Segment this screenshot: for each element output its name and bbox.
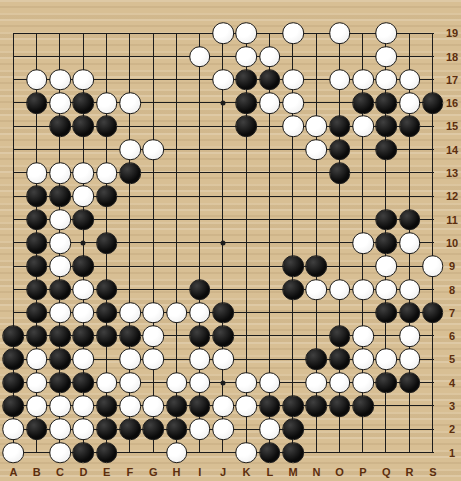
intersection-Q3[interactable]	[375, 394, 398, 417]
intersection-A14[interactable]	[2, 138, 25, 161]
intersection-G17[interactable]	[142, 68, 165, 91]
intersection-C8[interactable]	[48, 278, 71, 301]
intersection-J1[interactable]	[212, 441, 235, 464]
intersection-I4[interactable]	[188, 371, 211, 394]
intersection-Q10[interactable]	[375, 231, 398, 254]
intersection-H11[interactable]	[165, 208, 188, 231]
intersection-B1[interactable]	[25, 441, 48, 464]
intersection-P3[interactable]	[351, 394, 374, 417]
intersection-D17[interactable]	[72, 68, 95, 91]
intersection-L8[interactable]	[258, 278, 281, 301]
intersection-M3[interactable]	[281, 394, 304, 417]
intersection-D11[interactable]	[72, 208, 95, 231]
intersection-R16[interactable]	[398, 92, 421, 115]
intersection-R3[interactable]	[398, 394, 421, 417]
intersection-D15[interactable]	[72, 115, 95, 138]
intersection-K4[interactable]	[235, 371, 258, 394]
intersection-M11[interactable]	[281, 208, 304, 231]
intersection-N15[interactable]	[305, 115, 328, 138]
intersection-K18[interactable]	[235, 45, 258, 68]
intersection-P18[interactable]	[351, 45, 374, 68]
intersection-B7[interactable]	[25, 301, 48, 324]
intersection-L6[interactable]	[258, 325, 281, 348]
intersection-B19[interactable]	[25, 22, 48, 45]
intersection-S8[interactable]	[421, 278, 444, 301]
intersection-L9[interactable]	[258, 255, 281, 278]
intersection-J3[interactable]	[212, 394, 235, 417]
intersection-H19[interactable]	[165, 22, 188, 45]
intersection-J19[interactable]	[212, 22, 235, 45]
intersection-G2[interactable]	[142, 418, 165, 441]
intersection-A19[interactable]	[2, 22, 25, 45]
intersection-H10[interactable]	[165, 231, 188, 254]
intersection-S6[interactable]	[421, 325, 444, 348]
intersection-B16[interactable]	[25, 92, 48, 115]
intersection-I17[interactable]	[188, 68, 211, 91]
intersection-S2[interactable]	[421, 418, 444, 441]
intersection-L1[interactable]	[258, 441, 281, 464]
intersection-E6[interactable]	[95, 325, 118, 348]
intersection-S3[interactable]	[421, 394, 444, 417]
intersection-N1[interactable]	[305, 441, 328, 464]
intersection-Q13[interactable]	[375, 161, 398, 184]
intersection-N7[interactable]	[305, 301, 328, 324]
intersection-D10[interactable]	[72, 231, 95, 254]
intersection-M18[interactable]	[281, 45, 304, 68]
intersection-C16[interactable]	[48, 92, 71, 115]
intersection-F11[interactable]	[118, 208, 141, 231]
intersection-N16[interactable]	[305, 92, 328, 115]
intersection-F16[interactable]	[118, 92, 141, 115]
intersection-G1[interactable]	[142, 441, 165, 464]
intersection-G16[interactable]	[142, 92, 165, 115]
intersection-L14[interactable]	[258, 138, 281, 161]
intersection-L19[interactable]	[258, 22, 281, 45]
intersection-M10[interactable]	[281, 231, 304, 254]
intersection-G7[interactable]	[142, 301, 165, 324]
intersection-I18[interactable]	[188, 45, 211, 68]
intersection-P7[interactable]	[351, 301, 374, 324]
intersection-R19[interactable]	[398, 22, 421, 45]
intersection-R17[interactable]	[398, 68, 421, 91]
intersection-H8[interactable]	[165, 278, 188, 301]
intersection-J2[interactable]	[212, 418, 235, 441]
intersection-N10[interactable]	[305, 231, 328, 254]
intersection-A13[interactable]	[2, 161, 25, 184]
intersection-G14[interactable]	[142, 138, 165, 161]
intersection-J14[interactable]	[212, 138, 235, 161]
intersection-A11[interactable]	[2, 208, 25, 231]
intersection-Q14[interactable]	[375, 138, 398, 161]
intersection-Q12[interactable]	[375, 185, 398, 208]
intersection-S19[interactable]	[421, 22, 444, 45]
intersection-L12[interactable]	[258, 185, 281, 208]
intersection-P14[interactable]	[351, 138, 374, 161]
intersection-J6[interactable]	[212, 325, 235, 348]
intersection-L4[interactable]	[258, 371, 281, 394]
intersection-N5[interactable]	[305, 348, 328, 371]
intersection-S9[interactable]	[421, 255, 444, 278]
intersection-M17[interactable]	[281, 68, 304, 91]
intersection-Q6[interactable]	[375, 325, 398, 348]
intersection-H5[interactable]	[165, 348, 188, 371]
intersection-F15[interactable]	[118, 115, 141, 138]
intersection-C6[interactable]	[48, 325, 71, 348]
intersection-H12[interactable]	[165, 185, 188, 208]
intersection-A2[interactable]	[2, 418, 25, 441]
intersection-M4[interactable]	[281, 371, 304, 394]
intersection-G9[interactable]	[142, 255, 165, 278]
intersection-F9[interactable]	[118, 255, 141, 278]
intersection-R4[interactable]	[398, 371, 421, 394]
intersection-E1[interactable]	[95, 441, 118, 464]
intersection-H4[interactable]	[165, 371, 188, 394]
intersection-M14[interactable]	[281, 138, 304, 161]
intersection-Q11[interactable]	[375, 208, 398, 231]
intersection-P12[interactable]	[351, 185, 374, 208]
intersection-C17[interactable]	[48, 68, 71, 91]
intersection-K1[interactable]	[235, 441, 258, 464]
intersection-N4[interactable]	[305, 371, 328, 394]
intersection-B14[interactable]	[25, 138, 48, 161]
intersection-E19[interactable]	[95, 22, 118, 45]
intersection-O9[interactable]	[328, 255, 351, 278]
intersection-N8[interactable]	[305, 278, 328, 301]
intersection-D4[interactable]	[72, 371, 95, 394]
intersection-I8[interactable]	[188, 278, 211, 301]
intersection-C5[interactable]	[48, 348, 71, 371]
intersection-F17[interactable]	[118, 68, 141, 91]
intersection-D13[interactable]	[72, 161, 95, 184]
intersection-H1[interactable]	[165, 441, 188, 464]
intersection-S12[interactable]	[421, 185, 444, 208]
intersection-P13[interactable]	[351, 161, 374, 184]
intersection-F3[interactable]	[118, 394, 141, 417]
intersection-C14[interactable]	[48, 138, 71, 161]
intersection-F8[interactable]	[118, 278, 141, 301]
intersection-G15[interactable]	[142, 115, 165, 138]
intersection-H2[interactable]	[165, 418, 188, 441]
intersection-K19[interactable]	[235, 22, 258, 45]
intersection-A10[interactable]	[2, 231, 25, 254]
intersection-E5[interactable]	[95, 348, 118, 371]
intersection-F1[interactable]	[118, 441, 141, 464]
intersection-F7[interactable]	[118, 301, 141, 324]
intersection-E13[interactable]	[95, 161, 118, 184]
intersection-J15[interactable]	[212, 115, 235, 138]
intersection-L15[interactable]	[258, 115, 281, 138]
intersection-H7[interactable]	[165, 301, 188, 324]
intersection-G12[interactable]	[142, 185, 165, 208]
intersection-E9[interactable]	[95, 255, 118, 278]
intersection-N3[interactable]	[305, 394, 328, 417]
intersection-G5[interactable]	[142, 348, 165, 371]
intersection-S1[interactable]	[421, 441, 444, 464]
intersection-R2[interactable]	[398, 418, 421, 441]
intersection-G10[interactable]	[142, 231, 165, 254]
intersection-R8[interactable]	[398, 278, 421, 301]
intersection-K7[interactable]	[235, 301, 258, 324]
intersection-D12[interactable]	[72, 185, 95, 208]
intersection-I5[interactable]	[188, 348, 211, 371]
intersection-H16[interactable]	[165, 92, 188, 115]
intersection-J16[interactable]	[212, 92, 235, 115]
intersection-B11[interactable]	[25, 208, 48, 231]
intersection-R6[interactable]	[398, 325, 421, 348]
intersection-E2[interactable]	[95, 418, 118, 441]
intersection-P2[interactable]	[351, 418, 374, 441]
intersection-Q4[interactable]	[375, 371, 398, 394]
intersection-C7[interactable]	[48, 301, 71, 324]
intersection-O14[interactable]	[328, 138, 351, 161]
intersection-K3[interactable]	[235, 394, 258, 417]
intersection-Q8[interactable]	[375, 278, 398, 301]
intersection-N19[interactable]	[305, 22, 328, 45]
intersection-R10[interactable]	[398, 231, 421, 254]
intersection-N13[interactable]	[305, 161, 328, 184]
intersection-F12[interactable]	[118, 185, 141, 208]
intersection-F4[interactable]	[118, 371, 141, 394]
intersection-L3[interactable]	[258, 394, 281, 417]
intersection-L16[interactable]	[258, 92, 281, 115]
intersection-M19[interactable]	[281, 22, 304, 45]
intersection-N12[interactable]	[305, 185, 328, 208]
intersection-O11[interactable]	[328, 208, 351, 231]
intersection-D1[interactable]	[72, 441, 95, 464]
intersection-B13[interactable]	[25, 161, 48, 184]
intersection-N17[interactable]	[305, 68, 328, 91]
intersection-A4[interactable]	[2, 371, 25, 394]
intersection-B5[interactable]	[25, 348, 48, 371]
intersection-Q17[interactable]	[375, 68, 398, 91]
intersection-Q18[interactable]	[375, 45, 398, 68]
intersection-E12[interactable]	[95, 185, 118, 208]
intersection-L11[interactable]	[258, 208, 281, 231]
intersection-H3[interactable]	[165, 394, 188, 417]
intersection-I12[interactable]	[188, 185, 211, 208]
intersection-Q5[interactable]	[375, 348, 398, 371]
intersection-I6[interactable]	[188, 325, 211, 348]
intersection-F2[interactable]	[118, 418, 141, 441]
intersection-O16[interactable]	[328, 92, 351, 115]
intersection-I13[interactable]	[188, 161, 211, 184]
intersection-N6[interactable]	[305, 325, 328, 348]
intersection-A15[interactable]	[2, 115, 25, 138]
intersection-O10[interactable]	[328, 231, 351, 254]
intersection-C13[interactable]	[48, 161, 71, 184]
intersection-K15[interactable]	[235, 115, 258, 138]
intersection-A16[interactable]	[2, 92, 25, 115]
intersection-D14[interactable]	[72, 138, 95, 161]
intersection-B15[interactable]	[25, 115, 48, 138]
intersection-M15[interactable]	[281, 115, 304, 138]
intersection-J12[interactable]	[212, 185, 235, 208]
intersection-H17[interactable]	[165, 68, 188, 91]
intersection-H6[interactable]	[165, 325, 188, 348]
intersection-R5[interactable]	[398, 348, 421, 371]
intersection-S7[interactable]	[421, 301, 444, 324]
intersection-K13[interactable]	[235, 161, 258, 184]
intersection-F18[interactable]	[118, 45, 141, 68]
intersection-C18[interactable]	[48, 45, 71, 68]
intersection-G19[interactable]	[142, 22, 165, 45]
intersection-S5[interactable]	[421, 348, 444, 371]
intersection-S10[interactable]	[421, 231, 444, 254]
intersection-R13[interactable]	[398, 161, 421, 184]
intersection-O17[interactable]	[328, 68, 351, 91]
intersection-F6[interactable]	[118, 325, 141, 348]
intersection-Q7[interactable]	[375, 301, 398, 324]
intersection-D16[interactable]	[72, 92, 95, 115]
intersection-R12[interactable]	[398, 185, 421, 208]
intersection-I9[interactable]	[188, 255, 211, 278]
intersection-C1[interactable]	[48, 441, 71, 464]
intersection-B10[interactable]	[25, 231, 48, 254]
intersection-I15[interactable]	[188, 115, 211, 138]
intersection-L13[interactable]	[258, 161, 281, 184]
intersection-O1[interactable]	[328, 441, 351, 464]
intersection-N9[interactable]	[305, 255, 328, 278]
intersection-A1[interactable]	[2, 441, 25, 464]
intersection-O8[interactable]	[328, 278, 351, 301]
intersection-I1[interactable]	[188, 441, 211, 464]
intersection-K10[interactable]	[235, 231, 258, 254]
intersection-O5[interactable]	[328, 348, 351, 371]
intersection-J8[interactable]	[212, 278, 235, 301]
intersection-I2[interactable]	[188, 418, 211, 441]
intersection-L2[interactable]	[258, 418, 281, 441]
intersection-A8[interactable]	[2, 278, 25, 301]
intersection-P9[interactable]	[351, 255, 374, 278]
intersection-I14[interactable]	[188, 138, 211, 161]
intersection-O2[interactable]	[328, 418, 351, 441]
intersection-E14[interactable]	[95, 138, 118, 161]
intersection-O4[interactable]	[328, 371, 351, 394]
intersection-J4[interactable]	[212, 371, 235, 394]
intersection-L7[interactable]	[258, 301, 281, 324]
intersection-Q1[interactable]	[375, 441, 398, 464]
intersection-L5[interactable]	[258, 348, 281, 371]
intersection-F19[interactable]	[118, 22, 141, 45]
intersection-N14[interactable]	[305, 138, 328, 161]
intersection-I7[interactable]	[188, 301, 211, 324]
intersection-I10[interactable]	[188, 231, 211, 254]
intersection-K5[interactable]	[235, 348, 258, 371]
intersection-S13[interactable]	[421, 161, 444, 184]
intersection-M6[interactable]	[281, 325, 304, 348]
intersection-L10[interactable]	[258, 231, 281, 254]
intersection-O6[interactable]	[328, 325, 351, 348]
intersection-J17[interactable]	[212, 68, 235, 91]
intersection-G3[interactable]	[142, 394, 165, 417]
intersection-P8[interactable]	[351, 278, 374, 301]
intersection-C10[interactable]	[48, 231, 71, 254]
intersection-J18[interactable]	[212, 45, 235, 68]
intersection-R14[interactable]	[398, 138, 421, 161]
intersection-P6[interactable]	[351, 325, 374, 348]
intersection-H14[interactable]	[165, 138, 188, 161]
intersection-H18[interactable]	[165, 45, 188, 68]
intersection-B12[interactable]	[25, 185, 48, 208]
intersection-G11[interactable]	[142, 208, 165, 231]
intersection-O12[interactable]	[328, 185, 351, 208]
intersection-E11[interactable]	[95, 208, 118, 231]
intersection-O19[interactable]	[328, 22, 351, 45]
intersection-E16[interactable]	[95, 92, 118, 115]
intersection-Q16[interactable]	[375, 92, 398, 115]
intersection-J10[interactable]	[212, 231, 235, 254]
intersection-E7[interactable]	[95, 301, 118, 324]
intersection-R7[interactable]	[398, 301, 421, 324]
intersection-F14[interactable]	[118, 138, 141, 161]
intersection-R15[interactable]	[398, 115, 421, 138]
intersection-B4[interactable]	[25, 371, 48, 394]
intersection-P17[interactable]	[351, 68, 374, 91]
intersection-O3[interactable]	[328, 394, 351, 417]
intersection-K16[interactable]	[235, 92, 258, 115]
intersection-E17[interactable]	[95, 68, 118, 91]
intersection-C4[interactable]	[48, 371, 71, 394]
intersection-I3[interactable]	[188, 394, 211, 417]
intersection-C9[interactable]	[48, 255, 71, 278]
intersection-S17[interactable]	[421, 68, 444, 91]
intersection-A12[interactable]	[2, 185, 25, 208]
intersection-N18[interactable]	[305, 45, 328, 68]
intersection-A3[interactable]	[2, 394, 25, 417]
intersection-J5[interactable]	[212, 348, 235, 371]
intersection-E3[interactable]	[95, 394, 118, 417]
intersection-Q2[interactable]	[375, 418, 398, 441]
intersection-G8[interactable]	[142, 278, 165, 301]
intersection-A17[interactable]	[2, 68, 25, 91]
intersection-O15[interactable]	[328, 115, 351, 138]
intersection-E4[interactable]	[95, 371, 118, 394]
intersection-S18[interactable]	[421, 45, 444, 68]
intersection-S16[interactable]	[421, 92, 444, 115]
intersection-P5[interactable]	[351, 348, 374, 371]
intersection-C11[interactable]	[48, 208, 71, 231]
intersection-K8[interactable]	[235, 278, 258, 301]
intersection-O13[interactable]	[328, 161, 351, 184]
intersection-O7[interactable]	[328, 301, 351, 324]
intersection-C19[interactable]	[48, 22, 71, 45]
intersection-E15[interactable]	[95, 115, 118, 138]
intersection-H9[interactable]	[165, 255, 188, 278]
intersection-F10[interactable]	[118, 231, 141, 254]
intersection-H15[interactable]	[165, 115, 188, 138]
intersection-P10[interactable]	[351, 231, 374, 254]
intersection-D5[interactable]	[72, 348, 95, 371]
intersection-C15[interactable]	[48, 115, 71, 138]
intersection-L17[interactable]	[258, 68, 281, 91]
intersection-Q9[interactable]	[375, 255, 398, 278]
intersection-G6[interactable]	[142, 325, 165, 348]
intersection-G4[interactable]	[142, 371, 165, 394]
intersection-P19[interactable]	[351, 22, 374, 45]
intersection-R18[interactable]	[398, 45, 421, 68]
intersection-M2[interactable]	[281, 418, 304, 441]
intersection-P1[interactable]	[351, 441, 374, 464]
intersection-S15[interactable]	[421, 115, 444, 138]
intersection-M5[interactable]	[281, 348, 304, 371]
intersection-C12[interactable]	[48, 185, 71, 208]
intersection-O18[interactable]	[328, 45, 351, 68]
intersection-I11[interactable]	[188, 208, 211, 231]
intersection-B18[interactable]	[25, 45, 48, 68]
intersection-K14[interactable]	[235, 138, 258, 161]
intersection-Q15[interactable]	[375, 115, 398, 138]
intersection-J13[interactable]	[212, 161, 235, 184]
